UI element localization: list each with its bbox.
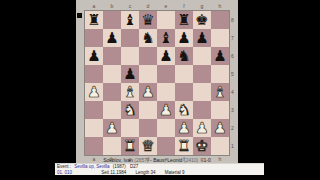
square-b8[interactable]	[103, 11, 121, 29]
square-a6[interactable]: ♟	[85, 47, 103, 65]
square-c2[interactable]	[121, 119, 139, 137]
square-h3[interactable]	[211, 101, 229, 119]
square-a4[interactable]: ♟	[85, 83, 103, 101]
square-d7[interactable]: ♞	[139, 29, 157, 47]
square-c8[interactable]: ♝	[121, 11, 139, 29]
square-h6[interactable]: ♟	[211, 47, 229, 65]
square-b3[interactable]	[103, 101, 121, 119]
rank-label-8: 8	[231, 11, 234, 29]
square-d1[interactable]: ♛	[139, 137, 157, 155]
square-f4[interactable]	[175, 83, 193, 101]
rank-label-4: 4	[231, 83, 234, 101]
square-e3[interactable]: ♟	[157, 101, 175, 119]
square-e5[interactable]	[157, 65, 175, 83]
chess-board[interactable]: ♜♝♛♜♚♟♞♝♟♟♟♟♞♟♟♟♝♟♝♞♟♞♟♟♟♟♜♛♜♚	[85, 11, 229, 155]
square-b5[interactable]	[103, 65, 121, 83]
black-rook-icon: ♜	[177, 11, 190, 29]
square-g7[interactable]: ♟	[193, 29, 211, 47]
square-e8[interactable]	[157, 11, 175, 29]
rank-label-2: 2	[231, 119, 234, 137]
square-g6[interactable]	[193, 47, 211, 65]
square-a2[interactable]	[85, 119, 103, 137]
square-c6[interactable]	[121, 47, 139, 65]
white-rook-icon: ♜	[123, 137, 136, 155]
white-bishop-icon: ♝	[123, 83, 136, 101]
white-pawn-icon: ♟	[141, 83, 154, 101]
white-bishop-icon: ♝	[213, 83, 226, 101]
square-f1[interactable]: ♜	[175, 137, 193, 155]
black-pawn-icon: ♟	[87, 47, 100, 65]
white-rook-icon: ♜	[177, 137, 190, 155]
file-label-e: e	[157, 3, 175, 9]
stats-line: 01. 010 Seit 11.1984 Length 34 Material …	[55, 170, 264, 176]
rank-label-3: 3	[231, 101, 234, 119]
file-label-a: a	[85, 3, 103, 9]
file-labels-top: abcdefgh	[85, 3, 229, 9]
square-h5[interactable]	[211, 65, 229, 83]
rank-label-6: 6	[231, 47, 234, 65]
black-knight-icon: ♞	[141, 29, 154, 47]
file-label-f: f	[175, 3, 193, 9]
square-a1[interactable]	[85, 137, 103, 155]
square-c1[interactable]: ♜	[121, 137, 139, 155]
square-b1[interactable]	[103, 137, 121, 155]
square-d6[interactable]	[139, 47, 157, 65]
white-pawn-icon: ♟	[177, 119, 190, 137]
square-f7[interactable]: ♟	[175, 29, 193, 47]
square-a5[interactable]	[85, 65, 103, 83]
square-d2[interactable]	[139, 119, 157, 137]
file-label-c: c	[121, 3, 139, 9]
game-date: Seit 11.1984	[101, 170, 126, 176]
black-king-icon: ♚	[195, 11, 208, 29]
rank-label-7: 7	[231, 29, 234, 47]
black-pawn-icon: ♟	[177, 29, 190, 47]
white-pawn-icon: ♟	[87, 83, 100, 101]
rank-label-1: 1	[231, 137, 234, 155]
square-b6[interactable]	[103, 47, 121, 65]
rank-label-5: 5	[231, 65, 234, 83]
rank-labels-right: 87654321	[231, 11, 234, 155]
square-c3[interactable]: ♞	[121, 101, 139, 119]
square-g4[interactable]	[193, 83, 211, 101]
side-to-move-indicator	[77, 13, 82, 18]
black-pawn-icon: ♟	[123, 65, 136, 83]
square-g2[interactable]: ♟	[193, 119, 211, 137]
white-pawn-icon: ♟	[213, 119, 226, 137]
game-material: Material 9	[165, 170, 185, 176]
square-d8[interactable]: ♛	[139, 11, 157, 29]
white-king-icon: ♚	[195, 137, 208, 155]
black-queen-icon: ♛	[141, 11, 154, 29]
square-e7[interactable]: ♝	[157, 29, 175, 47]
file-label-h: h	[211, 3, 229, 9]
game-number: 01. 010	[57, 170, 72, 176]
square-f3[interactable]: ♞	[175, 101, 193, 119]
square-h4[interactable]: ♝	[211, 83, 229, 101]
square-b4[interactable]	[103, 83, 121, 101]
square-d5[interactable]	[139, 65, 157, 83]
square-c7[interactable]	[121, 29, 139, 47]
white-knight-icon: ♞	[177, 101, 190, 119]
black-pawn-icon: ♟	[195, 29, 208, 47]
square-a8[interactable]: ♜	[85, 11, 103, 29]
white-knight-icon: ♞	[123, 101, 136, 119]
square-e2[interactable]	[157, 119, 175, 137]
square-e4[interactable]	[157, 83, 175, 101]
black-pawn-icon: ♟	[213, 47, 226, 65]
square-a7[interactable]	[85, 29, 103, 47]
square-g3[interactable]	[193, 101, 211, 119]
database-info-panel: Event : Sevilla op, Sevilla (1987) D27 0…	[55, 163, 264, 175]
file-label-g: g	[193, 3, 211, 9]
white-queen-icon: ♛	[141, 137, 154, 155]
square-f8[interactable]: ♜	[175, 11, 193, 29]
white-pawn-icon: ♟	[195, 119, 208, 137]
black-pawn-icon: ♟	[159, 47, 172, 65]
white-pawn-icon: ♟	[105, 119, 118, 137]
square-c5[interactable]: ♟	[121, 65, 139, 83]
game-length: Length 34	[135, 170, 155, 176]
square-b2[interactable]: ♟	[103, 119, 121, 137]
square-g5[interactable]	[193, 65, 211, 83]
square-d3[interactable]	[139, 101, 157, 119]
square-c4[interactable]: ♝	[121, 83, 139, 101]
black-rook-icon: ♜	[87, 11, 100, 29]
black-pawn-icon: ♟	[105, 29, 118, 47]
square-g1[interactable]: ♚	[193, 137, 211, 155]
square-f2[interactable]: ♟	[175, 119, 193, 137]
board-panel: abcdefgh ♜♝♛♜♚♟♞♝♟♟♟♟♞♟♟♟♝♟♝♞♟♞♟♟♟♟♜♛♜♚ …	[76, 0, 238, 163]
square-d4[interactable]: ♟	[139, 83, 157, 101]
file-label-b: b	[103, 3, 121, 9]
square-a3[interactable]	[85, 101, 103, 119]
square-e1[interactable]	[157, 137, 175, 155]
square-e6[interactable]: ♟	[157, 47, 175, 65]
file-label-d: d	[139, 3, 157, 9]
square-f6[interactable]: ♞	[175, 47, 193, 65]
video-frame: abcdefgh ♜♝♛♜♚♟♞♝♟♟♟♟♞♟♟♟♝♟♝♞♟♞♟♟♟♟♜♛♜♚ …	[0, 0, 320, 180]
square-g8[interactable]: ♚	[193, 11, 211, 29]
square-b7[interactable]: ♟	[103, 29, 121, 47]
square-h2[interactable]: ♟	[211, 119, 229, 137]
square-h1[interactable]	[211, 137, 229, 155]
white-pawn-icon: ♟	[159, 101, 172, 119]
black-bishop-icon: ♝	[159, 29, 172, 47]
black-knight-icon: ♞	[177, 47, 190, 65]
square-f5[interactable]	[175, 65, 193, 83]
square-h7[interactable]	[211, 29, 229, 47]
square-h8[interactable]	[211, 11, 229, 29]
black-bishop-icon: ♝	[123, 11, 136, 29]
